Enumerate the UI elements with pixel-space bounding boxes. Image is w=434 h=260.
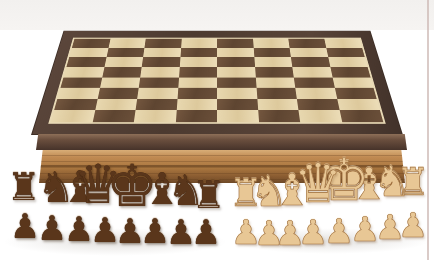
board-square xyxy=(142,57,180,67)
board-square xyxy=(140,67,179,77)
board-square xyxy=(337,99,380,110)
board-square xyxy=(177,88,217,99)
chess-board-grid xyxy=(51,39,384,123)
board-square xyxy=(136,99,178,110)
board-square xyxy=(334,88,376,99)
chess-piece-dark-king: ♚ xyxy=(106,157,158,215)
board-square xyxy=(295,88,336,99)
chess-piece-light-pawn: ♟ xyxy=(275,216,305,250)
board-square xyxy=(72,39,110,48)
board-square xyxy=(257,99,299,110)
board-square xyxy=(330,67,371,77)
board-square xyxy=(106,48,144,57)
board-square xyxy=(63,67,104,77)
board-square xyxy=(328,57,368,67)
board-square xyxy=(297,99,339,110)
board-square xyxy=(255,77,295,88)
board-square xyxy=(291,57,330,67)
board-square xyxy=(217,48,254,57)
board-maple-inlay-line xyxy=(48,38,385,124)
board-square xyxy=(298,110,341,122)
board-square xyxy=(104,57,143,67)
board-square xyxy=(102,67,142,77)
board-square xyxy=(144,39,181,48)
board-square xyxy=(217,110,259,122)
chess-piece-light-knight: ♞ xyxy=(250,171,288,213)
board-square xyxy=(332,77,373,88)
chess-board-lid xyxy=(31,31,403,135)
board-square xyxy=(217,88,257,99)
board-square xyxy=(143,48,181,57)
board-square xyxy=(54,99,97,110)
board-square xyxy=(324,39,362,48)
board-square xyxy=(255,67,294,77)
board-square xyxy=(179,57,217,67)
board-square xyxy=(181,39,217,48)
board-square xyxy=(95,99,137,110)
board-square xyxy=(180,48,217,57)
board-square xyxy=(179,67,217,77)
board-square xyxy=(92,110,135,122)
chess-piece-light-pawn: ♟ xyxy=(350,212,380,246)
board-square xyxy=(60,77,101,88)
board-square xyxy=(294,77,335,88)
board-square xyxy=(176,99,217,110)
board-square xyxy=(51,110,95,122)
board-square xyxy=(66,57,106,67)
board-square xyxy=(100,77,141,88)
board-square xyxy=(217,99,258,110)
chess-piece-dark-rook: ♜ xyxy=(7,168,41,206)
board-square xyxy=(137,88,178,99)
chess-piece-dark-pawn: ♟ xyxy=(37,211,67,245)
board-square xyxy=(134,110,176,122)
board-square xyxy=(217,39,253,48)
board-square xyxy=(326,48,365,57)
board-square xyxy=(139,77,179,88)
board-square xyxy=(178,77,217,88)
chess-piece-dark-pawn: ♟ xyxy=(191,215,221,249)
board-square xyxy=(258,110,300,122)
board-square xyxy=(253,48,291,57)
chess-piece-dark-pawn: ♟ xyxy=(10,209,40,243)
board-square xyxy=(175,110,217,122)
board-square xyxy=(288,39,326,48)
board-square xyxy=(69,48,108,57)
backdrop-band xyxy=(0,0,434,30)
board-square xyxy=(253,39,290,48)
chess-piece-light-pawn: ♟ xyxy=(324,214,354,248)
product-photo-chess-set: ♜♞♝♛♚♝♞♜♟♟♟♟♟♟♟♟♜♞♝♛♚♝♞♜♟♟♟♟♟♟♟♟ xyxy=(0,0,434,260)
chess-piece-dark-rook: ♜ xyxy=(192,176,226,214)
board-square xyxy=(339,110,383,122)
board-square xyxy=(57,88,99,99)
board-square xyxy=(108,39,146,48)
board-square xyxy=(97,88,138,99)
board-square xyxy=(217,57,255,67)
board-square xyxy=(292,67,332,77)
board-square xyxy=(217,67,255,77)
board-square xyxy=(254,57,292,67)
board-square xyxy=(217,77,256,88)
board-square xyxy=(256,88,297,99)
board-square xyxy=(290,48,328,57)
